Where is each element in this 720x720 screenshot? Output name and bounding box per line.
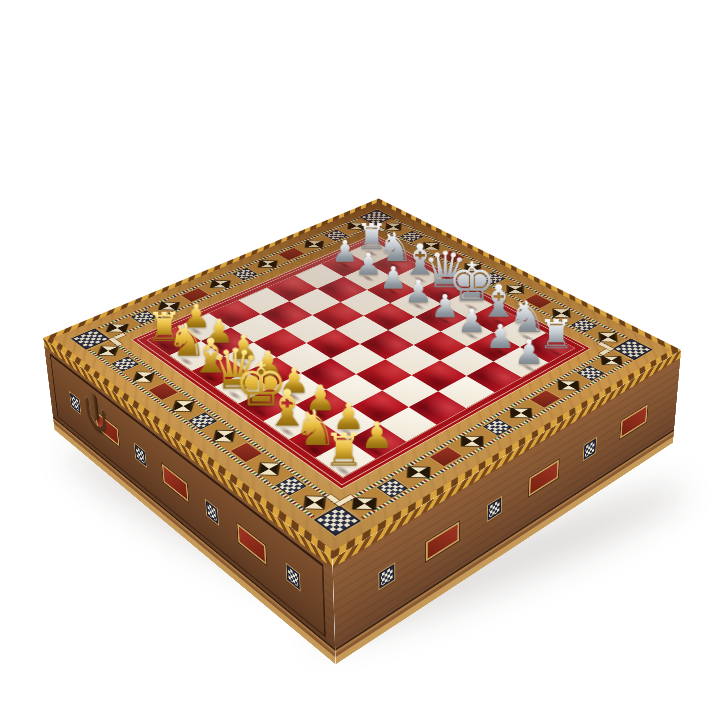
mosaic-diamond-motif bbox=[300, 237, 329, 251]
mosaic-red-motif bbox=[147, 382, 179, 401]
inlay-star bbox=[488, 497, 502, 520]
inlay-star bbox=[286, 564, 299, 590]
chess-box: ♜♞♝♛♚♝♞♜♟♟♟♟♟♟♟♟♟♟♟♟♟♟♟♟♜♞♝♛♚♝♞♜ bbox=[43, 198, 681, 559]
mosaic-star-motif bbox=[231, 267, 258, 281]
inlay-star bbox=[70, 393, 81, 414]
mosaic-diamond-motif bbox=[503, 403, 538, 423]
mosaic-red-motif bbox=[229, 442, 263, 463]
mosaic-star-motif bbox=[375, 477, 409, 499]
mosaic-diamond-motif bbox=[253, 257, 283, 272]
mosaic-diamond-motif bbox=[166, 396, 200, 416]
mosaic-star-motif bbox=[187, 411, 219, 430]
mosaic-red-motif bbox=[528, 390, 561, 409]
mosaic-diamond-motif bbox=[127, 368, 160, 387]
mosaic-star-motif bbox=[481, 417, 513, 436]
mosaic-diamond-motif bbox=[206, 276, 236, 291]
board-top: ♜♞♝♛♚♝♞♜♟♟♟♟♟♟♟♟♟♟♟♟♟♟♟♟♜♞♝♛♚♝♞♜ bbox=[43, 198, 681, 559]
mosaic-red-motif bbox=[429, 446, 464, 467]
mosaic-diamond-motif bbox=[400, 461, 437, 484]
inlay-star bbox=[206, 500, 218, 524]
inlay-red bbox=[238, 526, 264, 562]
inlay-red bbox=[530, 462, 557, 493]
piece-silver-pawn-h7[interactable]: ♟ bbox=[514, 335, 544, 369]
mosaic-diamond-motif bbox=[101, 320, 133, 337]
chess-set-photo: ♜♞♝♛♚♝♞♜♟♟♟♟♟♟♟♟♟♟♟♟♟♟♟♟♜♞♝♛♚♝♞♜ bbox=[0, 0, 720, 720]
inlay-red bbox=[428, 524, 458, 558]
inlay-red bbox=[621, 407, 646, 436]
inlay-star bbox=[134, 444, 145, 467]
piece-silver-pawn-g7[interactable]: ♟ bbox=[485, 320, 515, 353]
mosaic-diamond-motif bbox=[206, 425, 241, 446]
mosaic-diamond-motif bbox=[251, 458, 288, 481]
piece-gold-pawn-h2[interactable]: ♟ bbox=[361, 417, 394, 454]
mosaic-star-motif bbox=[111, 355, 141, 372]
mosaic-red-motif bbox=[277, 247, 305, 261]
mosaic-diamond-motif bbox=[551, 376, 585, 395]
mosaic-diamond-motif bbox=[454, 430, 490, 452]
piece-gold-rook-h1[interactable]: ♜ bbox=[323, 427, 364, 473]
inlay-star bbox=[584, 438, 597, 460]
mosaic-diamond-motif bbox=[92, 342, 124, 360]
stage: ♜♞♝♛♚♝♞♜♟♟♟♟♟♟♟♟♟♟♟♟♟♟♟♟♜♞♝♛♚♝♞♜ bbox=[0, 0, 720, 720]
inlay-red bbox=[163, 466, 187, 499]
mosaic-star-motif bbox=[274, 475, 308, 497]
inlay-star bbox=[380, 563, 395, 588]
mosaic-star-motif bbox=[575, 364, 606, 381]
